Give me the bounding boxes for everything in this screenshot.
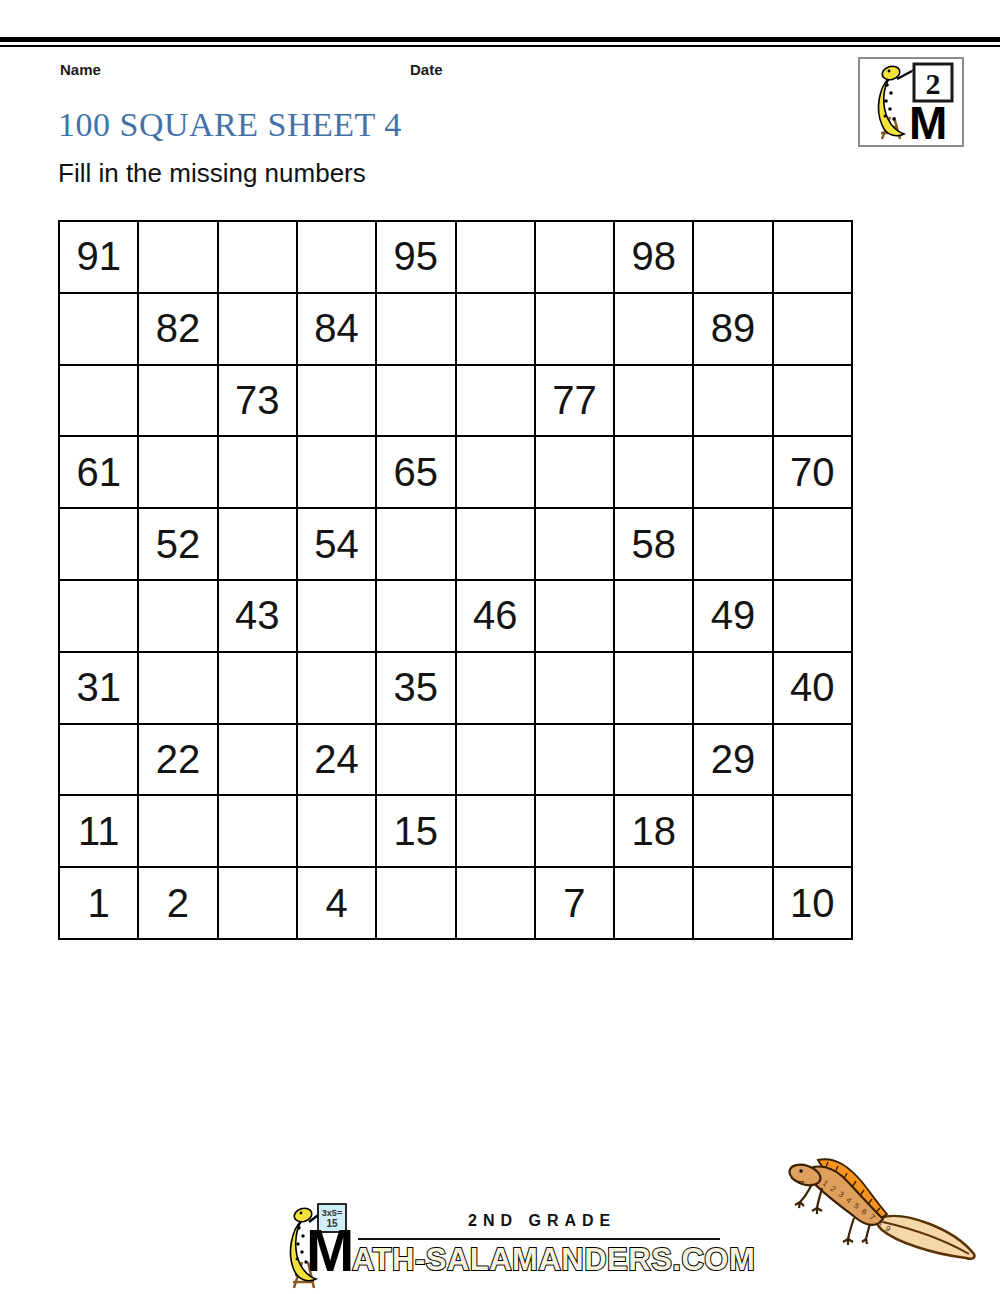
grid-cell-empty[interactable]: [694, 868, 771, 938]
grid-cell-empty[interactable]: [139, 581, 216, 651]
grid-cell-empty[interactable]: [457, 437, 534, 507]
grid-cell-empty[interactable]: [60, 294, 137, 364]
grid-cell-empty[interactable]: [298, 222, 375, 292]
grid-cell-given: 35: [377, 653, 454, 723]
grid-cell-given: 98: [615, 222, 692, 292]
grid-cell-given: 29: [694, 725, 771, 795]
grid-cell-given: 10: [774, 868, 851, 938]
grid-cell-empty[interactable]: [298, 366, 375, 436]
grid-cell-given: 31: [60, 653, 137, 723]
grid-cell-empty[interactable]: [694, 366, 771, 436]
corner-logo-drawing: 2 M: [860, 59, 962, 145]
grid-cell-empty[interactable]: [139, 796, 216, 866]
newt-eye: [799, 1169, 803, 1173]
grid-cell-given: 73: [219, 366, 296, 436]
grid-cell-empty[interactable]: [774, 509, 851, 579]
grid-cell-empty[interactable]: [694, 509, 771, 579]
grid-cell-given: 24: [298, 725, 375, 795]
grid-cell-empty[interactable]: [536, 796, 613, 866]
grid-cell-empty[interactable]: [774, 294, 851, 364]
grid-cell-empty[interactable]: [615, 294, 692, 364]
grid-cell-empty[interactable]: [774, 222, 851, 292]
worksheet-page: Name Date 2 M: [0, 0, 1000, 1294]
grid-cell-given: 43: [219, 581, 296, 651]
grid-cell-empty[interactable]: [536, 509, 613, 579]
grid-cell-empty[interactable]: [219, 437, 296, 507]
grid-cell-empty[interactable]: [219, 653, 296, 723]
grid-cell-given: 11: [60, 796, 137, 866]
grid-cell-given: 58: [615, 509, 692, 579]
grid-cell-empty[interactable]: [457, 868, 534, 938]
grid-cell-empty[interactable]: [457, 366, 534, 436]
name-label: Name: [60, 61, 101, 78]
grid-cell-empty[interactable]: [139, 653, 216, 723]
grid-cell-empty[interactable]: [457, 222, 534, 292]
grid-cell-empty[interactable]: [694, 222, 771, 292]
grid-cell-given: 7: [536, 868, 613, 938]
grid-cell-empty[interactable]: [377, 868, 454, 938]
grid-cell-empty[interactable]: [60, 366, 137, 436]
footer-divider-line: [358, 1238, 720, 1240]
grid-cell-given: 89: [694, 294, 771, 364]
grid-cell-given: 49: [694, 581, 771, 651]
grid-cell-given: 46: [457, 581, 534, 651]
grid-cell-empty[interactable]: [774, 725, 851, 795]
grid-cell-empty[interactable]: [139, 222, 216, 292]
grid-cell-empty[interactable]: [615, 437, 692, 507]
grid-cell-empty[interactable]: [298, 581, 375, 651]
grid-cell-empty[interactable]: [615, 868, 692, 938]
grid-cell-given: 61: [60, 437, 137, 507]
grid-cell-empty[interactable]: [615, 725, 692, 795]
grid-cell-given: 2: [139, 868, 216, 938]
date-label: Date: [410, 61, 443, 78]
grid-cell-empty[interactable]: [139, 437, 216, 507]
grid-cell-empty[interactable]: [60, 725, 137, 795]
grid-cell-empty[interactable]: [377, 294, 454, 364]
grid-cell-empty[interactable]: [457, 653, 534, 723]
grid-cell-empty[interactable]: [615, 366, 692, 436]
grid-cell-given: 1: [60, 868, 137, 938]
grid-cell-empty[interactable]: [219, 509, 296, 579]
grid-cell-empty[interactable]: [219, 725, 296, 795]
grid-cell-empty[interactable]: [536, 222, 613, 292]
grid-cell-empty[interactable]: [774, 366, 851, 436]
math-salamanders-corner-logo: 2 M: [858, 57, 964, 147]
grid-cell-empty[interactable]: [298, 653, 375, 723]
grid-cell-empty[interactable]: [536, 581, 613, 651]
grid-cell-empty[interactable]: [536, 294, 613, 364]
hundred-grid: 9195988284897377616570525458434649313540…: [58, 220, 853, 940]
grid-cell-empty[interactable]: [536, 725, 613, 795]
grid-cell-given: 22: [139, 725, 216, 795]
grid-cell-given: 77: [536, 366, 613, 436]
grid-cell-empty[interactable]: [298, 796, 375, 866]
grid-cell-empty[interactable]: [457, 509, 534, 579]
grid-cell-given: 18: [615, 796, 692, 866]
grid-cell-given: 91: [60, 222, 137, 292]
grid-cell-empty[interactable]: [377, 581, 454, 651]
grid-cell-empty[interactable]: [298, 437, 375, 507]
grid-cell-empty[interactable]: [615, 653, 692, 723]
grid-cell-empty[interactable]: [377, 725, 454, 795]
grid-cell-empty[interactable]: [377, 366, 454, 436]
newt-drawing: 1 2 3 4 5 6 7 8 9: [788, 1142, 993, 1264]
grid-cell-given: 40: [774, 653, 851, 723]
grid-cell-empty[interactable]: [219, 294, 296, 364]
grade-number: 2: [926, 67, 941, 100]
grid-cell-empty[interactable]: [457, 796, 534, 866]
grid-cell-empty[interactable]: [219, 796, 296, 866]
newt-illustration: 1 2 3 4 5 6 7 8 9: [788, 1142, 993, 1268]
grid-cell-given: 54: [298, 509, 375, 579]
top-double-rule: [0, 37, 1000, 47]
grid-cell-empty[interactable]: [219, 868, 296, 938]
grid-cell-empty[interactable]: [694, 796, 771, 866]
grid-cell-empty[interactable]: [457, 294, 534, 364]
grid-cell-empty[interactable]: [536, 653, 613, 723]
grid-cell-empty[interactable]: [60, 509, 137, 579]
grid-cell-given: 95: [377, 222, 454, 292]
grid-cell-given: 70: [774, 437, 851, 507]
page-subtitle: Fill in the missing numbers: [58, 158, 366, 189]
newt-tail-leaf: [877, 1216, 975, 1259]
grid-cell-empty[interactable]: [377, 509, 454, 579]
grid-cell-given: 52: [139, 509, 216, 579]
footer-grade-banner: 2ND GRADE: [468, 1212, 616, 1230]
grid-cell-empty[interactable]: [694, 437, 771, 507]
grid-cell-empty[interactable]: [536, 437, 613, 507]
grid-cell-given: 4: [298, 868, 375, 938]
grid-cell-empty[interactable]: [219, 222, 296, 292]
grid-cell-given: 82: [139, 294, 216, 364]
grid-cell-empty[interactable]: [615, 581, 692, 651]
footer-brand-text: ATH-SALAMANDERS.COM: [352, 1242, 755, 1278]
grid-cell-empty[interactable]: [774, 796, 851, 866]
footer-brand-m: M: [306, 1221, 354, 1280]
page-title: 100 SQUARE SHEET 4: [58, 106, 402, 144]
grid-cell-empty[interactable]: [694, 653, 771, 723]
grid-cell-given: 65: [377, 437, 454, 507]
grid-cell-empty[interactable]: [457, 725, 534, 795]
logo-m-letter: M: [909, 97, 947, 145]
grid-cell-empty[interactable]: [774, 581, 851, 651]
grid-cell-given: 15: [377, 796, 454, 866]
grid-cell-given: 84: [298, 294, 375, 364]
grid-cell-empty[interactable]: [139, 366, 216, 436]
grid-cell-empty[interactable]: [60, 581, 137, 651]
